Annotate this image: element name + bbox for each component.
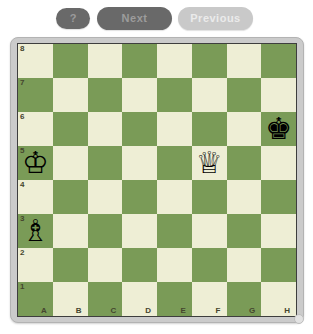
square-d7[interactable] <box>122 78 157 112</box>
file-label-f: F <box>216 307 221 315</box>
square-d2[interactable] <box>122 248 157 282</box>
square-c7[interactable] <box>88 78 123 112</box>
square-c4[interactable] <box>88 180 123 214</box>
square-g1[interactable]: G <box>227 282 262 316</box>
square-d8[interactable] <box>122 44 157 78</box>
square-d3[interactable] <box>122 214 157 248</box>
square-a7[interactable]: 7 <box>18 78 53 112</box>
square-f6[interactable] <box>192 112 227 146</box>
square-c8[interactable] <box>88 44 123 78</box>
square-b3[interactable] <box>53 214 88 248</box>
square-e5[interactable] <box>157 146 192 180</box>
square-b6[interactable] <box>53 112 88 146</box>
square-f3[interactable] <box>192 214 227 248</box>
square-b8[interactable] <box>53 44 88 78</box>
file-label-h: H <box>284 307 290 315</box>
rank-label-4: 4 <box>20 181 24 189</box>
white-queen-f5[interactable]: ♕ <box>196 148 223 178</box>
square-a2[interactable]: 2 <box>18 248 53 282</box>
square-f1[interactable]: F <box>192 282 227 316</box>
board-frame: 876♚5♔♕43♗21ABCDEFGH <box>10 37 304 323</box>
square-e6[interactable] <box>157 112 192 146</box>
square-h2[interactable] <box>261 248 296 282</box>
black-king-h6[interactable]: ♚ <box>265 114 292 144</box>
square-d4[interactable] <box>122 180 157 214</box>
file-label-a: A <box>41 307 47 315</box>
previous-button[interactable]: Previous <box>178 7 253 30</box>
rank-label-6: 6 <box>20 113 24 121</box>
square-g3[interactable] <box>227 214 262 248</box>
square-d1[interactable]: D <box>122 282 157 316</box>
square-b7[interactable] <box>53 78 88 112</box>
square-c5[interactable] <box>88 146 123 180</box>
file-label-g: G <box>249 307 255 315</box>
file-label-b: B <box>76 307 82 315</box>
square-g6[interactable] <box>227 112 262 146</box>
next-button[interactable]: Next <box>97 7 172 30</box>
file-label-d: D <box>145 307 151 315</box>
square-c6[interactable] <box>88 112 123 146</box>
square-a4[interactable]: 4 <box>18 180 53 214</box>
square-f2[interactable] <box>192 248 227 282</box>
square-b4[interactable] <box>53 180 88 214</box>
square-g5[interactable] <box>227 146 262 180</box>
square-e2[interactable] <box>157 248 192 282</box>
rank-label-7: 7 <box>20 79 24 87</box>
square-f5[interactable]: ♕ <box>192 146 227 180</box>
square-h8[interactable] <box>261 44 296 78</box>
square-c3[interactable] <box>88 214 123 248</box>
square-e7[interactable] <box>157 78 192 112</box>
square-f8[interactable] <box>192 44 227 78</box>
square-b2[interactable] <box>53 248 88 282</box>
square-h7[interactable] <box>261 78 296 112</box>
square-d6[interactable] <box>122 112 157 146</box>
square-h1[interactable]: H <box>261 282 296 316</box>
square-b5[interactable] <box>53 146 88 180</box>
rank-label-1: 1 <box>20 283 24 291</box>
square-c2[interactable] <box>88 248 123 282</box>
square-h6[interactable]: ♚ <box>261 112 296 146</box>
square-g8[interactable] <box>227 44 262 78</box>
square-c1[interactable]: C <box>88 282 123 316</box>
square-a8[interactable]: 8 <box>18 44 53 78</box>
square-h4[interactable] <box>261 180 296 214</box>
square-e8[interactable] <box>157 44 192 78</box>
square-e4[interactable] <box>157 180 192 214</box>
white-king-a5[interactable]: ♔ <box>22 148 49 178</box>
square-a3[interactable]: 3♗ <box>18 214 53 248</box>
square-d5[interactable] <box>122 146 157 180</box>
square-e3[interactable] <box>157 214 192 248</box>
file-label-e: E <box>180 307 185 315</box>
rank-label-8: 8 <box>20 45 24 53</box>
square-a1[interactable]: 1A <box>18 282 53 316</box>
square-g7[interactable] <box>227 78 262 112</box>
square-a5[interactable]: 5♔ <box>18 146 53 180</box>
square-f7[interactable] <box>192 78 227 112</box>
white-bishop-a3[interactable]: ♗ <box>22 216 49 246</box>
square-g4[interactable] <box>227 180 262 214</box>
resize-grip-icon[interactable] <box>294 314 304 324</box>
square-b1[interactable]: B <box>53 282 88 316</box>
help-button[interactable]: ? <box>56 8 90 29</box>
square-h5[interactable] <box>261 146 296 180</box>
square-e1[interactable]: E <box>157 282 192 316</box>
chess-board: 876♚5♔♕43♗21ABCDEFGH <box>17 43 297 317</box>
rank-label-2: 2 <box>20 249 24 257</box>
file-label-c: C <box>110 307 116 315</box>
square-g2[interactable] <box>227 248 262 282</box>
square-h3[interactable] <box>261 214 296 248</box>
square-f4[interactable] <box>192 180 227 214</box>
square-a6[interactable]: 6 <box>18 112 53 146</box>
